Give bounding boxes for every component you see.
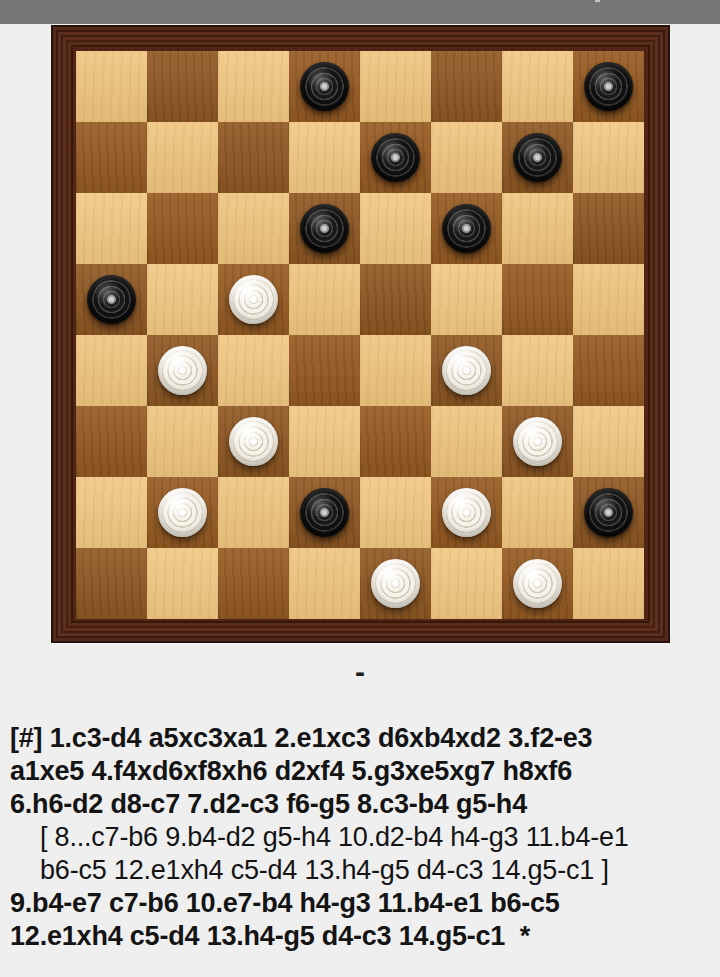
piece-black-a5[interactable]: [87, 275, 136, 324]
players-caption: -: [0, 655, 720, 689]
square-e3[interactable]: [360, 406, 431, 477]
checkers-board: [76, 51, 644, 619]
square-a4[interactable]: [76, 335, 147, 406]
notation-line-7[interactable]: 12.e1xh4 c5-d4 13.h4-g5 d4-c3 14.g5-c1 *: [10, 920, 716, 953]
piece-black-d6[interactable]: [300, 204, 349, 253]
square-c7[interactable]: [218, 122, 289, 193]
square-c1[interactable]: [218, 548, 289, 619]
piece-white-f4[interactable]: [442, 346, 491, 395]
piece-white-b2[interactable]: [158, 488, 207, 537]
square-b1[interactable]: [147, 548, 218, 619]
piece-white-f2[interactable]: [442, 488, 491, 537]
square-f4[interactable]: [431, 335, 502, 406]
piece-black-h8[interactable]: [584, 62, 633, 111]
square-d3[interactable]: [289, 406, 360, 477]
notation-line-1[interactable]: [#] 1.c3-d4 a5xc3xa1 2.e1xc3 d6xb4xd2 3.…: [10, 722, 716, 755]
square-e4[interactable]: [360, 335, 431, 406]
square-g1[interactable]: [502, 548, 573, 619]
square-g3[interactable]: [502, 406, 573, 477]
piece-white-b4[interactable]: [158, 346, 207, 395]
square-g6[interactable]: [502, 193, 573, 264]
piece-white-e1[interactable]: [371, 559, 420, 608]
piece-white-c3[interactable]: [229, 417, 278, 466]
square-h2[interactable]: [573, 477, 644, 548]
piece-white-g1[interactable]: [513, 559, 562, 608]
square-h6[interactable]: [573, 193, 644, 264]
piece-white-c5[interactable]: [229, 275, 278, 324]
move-list: [#] 1.c3-d4 a5xc3xa1 2.e1xc3 d6xb4xd2 3.…: [10, 722, 716, 953]
notation-line-6[interactable]: 9.b4-e7 c7-b6 10.e7-b4 h4-g3 11.b4-e1 b6…: [10, 887, 716, 920]
square-d1[interactable]: [289, 548, 360, 619]
square-a6[interactable]: [76, 193, 147, 264]
square-f1[interactable]: [431, 548, 502, 619]
square-c8[interactable]: [218, 51, 289, 122]
square-f8[interactable]: [431, 51, 502, 122]
square-h5[interactable]: [573, 264, 644, 335]
square-g5[interactable]: [502, 264, 573, 335]
square-f6[interactable]: [431, 193, 502, 264]
square-d6[interactable]: [289, 193, 360, 264]
square-e2[interactable]: [360, 477, 431, 548]
piece-black-d8[interactable]: [300, 62, 349, 111]
square-h3[interactable]: [573, 406, 644, 477]
square-g7[interactable]: [502, 122, 573, 193]
square-f7[interactable]: [431, 122, 502, 193]
board-frame: [51, 25, 670, 643]
square-b7[interactable]: [147, 122, 218, 193]
square-a7[interactable]: [76, 122, 147, 193]
square-d5[interactable]: [289, 264, 360, 335]
notation-line-4-variation[interactable]: [ 8...c7-b6 9.b4-d2 g5-h4 10.d2-b4 h4-g3…: [10, 821, 716, 854]
square-a5[interactable]: [76, 264, 147, 335]
square-g2[interactable]: [502, 477, 573, 548]
square-b8[interactable]: [147, 51, 218, 122]
notation-line-2[interactable]: a1xe5 4.f4xd6xf8xh6 d2xf4 5.g3xe5xg7 h8x…: [10, 755, 716, 788]
square-b3[interactable]: [147, 406, 218, 477]
square-g4[interactable]: [502, 335, 573, 406]
square-e6[interactable]: [360, 193, 431, 264]
square-c3[interactable]: [218, 406, 289, 477]
square-c4[interactable]: [218, 335, 289, 406]
square-h7[interactable]: [573, 122, 644, 193]
square-f5[interactable]: [431, 264, 502, 335]
piece-black-e7[interactable]: [371, 133, 420, 182]
square-d4[interactable]: [289, 335, 360, 406]
notation-line-3[interactable]: 6.h6-d2 d8-c7 7.d2-c3 f6-g5 8.c3-b4 g5-h…: [10, 788, 716, 821]
square-b5[interactable]: [147, 264, 218, 335]
square-g8[interactable]: [502, 51, 573, 122]
square-c2[interactable]: [218, 477, 289, 548]
square-b2[interactable]: [147, 477, 218, 548]
piece-black-g7[interactable]: [513, 133, 562, 182]
square-e1[interactable]: [360, 548, 431, 619]
status-bar-artifact: [595, 0, 600, 2]
square-a2[interactable]: [76, 477, 147, 548]
piece-black-h2[interactable]: [584, 488, 633, 537]
piece-white-g3[interactable]: [513, 417, 562, 466]
square-c6[interactable]: [218, 193, 289, 264]
square-e8[interactable]: [360, 51, 431, 122]
piece-black-f6[interactable]: [442, 204, 491, 253]
square-f3[interactable]: [431, 406, 502, 477]
notation-line-5-variation[interactable]: b6-c5 12.e1xh4 c5-d4 13.h4-g5 d4-c3 14.g…: [10, 854, 716, 887]
square-a3[interactable]: [76, 406, 147, 477]
square-h4[interactable]: [573, 335, 644, 406]
square-e7[interactable]: [360, 122, 431, 193]
square-f2[interactable]: [431, 477, 502, 548]
square-d8[interactable]: [289, 51, 360, 122]
square-b4[interactable]: [147, 335, 218, 406]
square-a8[interactable]: [76, 51, 147, 122]
square-e5[interactable]: [360, 264, 431, 335]
square-b6[interactable]: [147, 193, 218, 264]
square-h1[interactable]: [573, 548, 644, 619]
square-c5[interactable]: [218, 264, 289, 335]
square-h8[interactable]: [573, 51, 644, 122]
square-a1[interactable]: [76, 548, 147, 619]
square-d2[interactable]: [289, 477, 360, 548]
piece-black-d2[interactable]: [300, 488, 349, 537]
top-bar: [0, 0, 720, 24]
square-d7[interactable]: [289, 122, 360, 193]
